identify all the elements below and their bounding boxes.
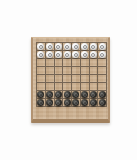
black-piece[interactable] [55, 99, 62, 106]
board-cell[interactable] [63, 43, 72, 51]
board-cell[interactable] [46, 75, 55, 83]
white-piece[interactable] [72, 51, 79, 58]
board-cell[interactable] [46, 67, 55, 75]
board-grid [36, 42, 107, 107]
board-cell[interactable] [98, 99, 107, 107]
board-cell[interactable] [90, 51, 99, 59]
board-cell[interactable] [46, 43, 55, 51]
board-cell[interactable] [81, 83, 90, 91]
board-cell[interactable] [63, 51, 72, 59]
board-cell[interactable] [98, 51, 107, 59]
board-cell[interactable] [37, 91, 46, 99]
white-piece[interactable] [72, 43, 79, 50]
board-cell[interactable] [98, 43, 107, 51]
board-cell[interactable] [98, 91, 107, 99]
board-cell[interactable] [90, 75, 99, 83]
board-cell[interactable] [63, 83, 72, 91]
black-piece[interactable] [64, 91, 71, 98]
board-cell[interactable] [37, 75, 46, 83]
board-cell[interactable] [46, 91, 55, 99]
board-cell[interactable] [55, 51, 64, 59]
board-cell[interactable] [46, 83, 55, 91]
board-cell[interactable] [37, 67, 46, 75]
white-piece[interactable] [55, 43, 62, 50]
board-cell[interactable] [98, 67, 107, 75]
board-cell[interactable] [46, 99, 55, 107]
dama-board [31, 37, 110, 123]
white-piece[interactable] [81, 51, 88, 58]
black-piece[interactable] [46, 91, 53, 98]
board-cell[interactable] [55, 43, 64, 51]
black-piece[interactable] [99, 99, 106, 106]
board-cell[interactable] [55, 59, 64, 67]
board-cell[interactable] [55, 83, 64, 91]
board-cell[interactable] [63, 75, 72, 83]
black-piece[interactable] [90, 91, 97, 98]
black-piece[interactable] [55, 91, 62, 98]
board-cell[interactable] [98, 83, 107, 91]
white-piece[interactable] [64, 43, 71, 50]
board-cell[interactable] [81, 51, 90, 59]
board-cell[interactable] [81, 67, 90, 75]
white-piece[interactable] [37, 43, 44, 50]
board-cell[interactable] [37, 43, 46, 51]
board-cell[interactable] [90, 91, 99, 99]
board-cell[interactable] [72, 43, 81, 51]
black-piece[interactable] [72, 91, 79, 98]
black-piece[interactable] [81, 91, 88, 98]
board-cell[interactable] [55, 75, 64, 83]
board-cell[interactable] [63, 67, 72, 75]
board-cell[interactable] [55, 91, 64, 99]
white-piece[interactable] [81, 43, 88, 50]
board-cell[interactable] [46, 51, 55, 59]
product-photo [0, 0, 137, 160]
board-cell[interactable] [90, 43, 99, 51]
board-cell[interactable] [37, 99, 46, 107]
board-cell[interactable] [72, 75, 81, 83]
board-cell[interactable] [37, 51, 46, 59]
board-cell[interactable] [37, 83, 46, 91]
board-cell[interactable] [72, 83, 81, 91]
board-cell[interactable] [98, 75, 107, 83]
black-piece[interactable] [81, 99, 88, 106]
black-piece[interactable] [99, 91, 106, 98]
white-piece[interactable] [55, 51, 62, 58]
board-cell[interactable] [81, 43, 90, 51]
black-piece[interactable] [90, 99, 97, 106]
black-piece[interactable] [46, 99, 53, 106]
black-piece[interactable] [37, 99, 44, 106]
board-cell[interactable] [81, 99, 90, 107]
board-cell[interactable] [90, 99, 99, 107]
board-cell[interactable] [72, 67, 81, 75]
board-cell[interactable] [63, 59, 72, 67]
white-piece[interactable] [46, 43, 53, 50]
white-piece[interactable] [37, 51, 44, 58]
white-piece[interactable] [90, 43, 97, 50]
board-cell[interactable] [90, 59, 99, 67]
board-cell[interactable] [55, 99, 64, 107]
white-piece[interactable] [90, 51, 97, 58]
board-cell[interactable] [37, 59, 46, 67]
board-cell[interactable] [72, 99, 81, 107]
board-cell[interactable] [81, 75, 90, 83]
black-piece[interactable] [37, 91, 44, 98]
board-cell[interactable] [63, 99, 72, 107]
black-piece[interactable] [72, 99, 79, 106]
white-piece[interactable] [99, 51, 106, 58]
board-cell[interactable] [98, 59, 107, 67]
board-cell[interactable] [72, 59, 81, 67]
board-cell[interactable] [90, 83, 99, 91]
white-piece[interactable] [99, 43, 106, 50]
board-cell[interactable] [63, 91, 72, 99]
board-cell[interactable] [72, 51, 81, 59]
board-cell[interactable] [90, 67, 99, 75]
board-cell[interactable] [81, 59, 90, 67]
white-piece[interactable] [64, 51, 71, 58]
board-cell[interactable] [55, 67, 64, 75]
board-cell[interactable] [46, 59, 55, 67]
board-cell[interactable] [81, 91, 90, 99]
white-piece[interactable] [46, 51, 53, 58]
board-cell[interactable] [72, 91, 81, 99]
black-piece[interactable] [64, 99, 71, 106]
